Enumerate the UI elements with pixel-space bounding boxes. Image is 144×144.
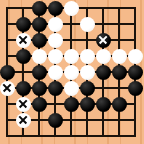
stone-white[interactable]: [48, 33, 63, 48]
stone-black[interactable]: [48, 1, 63, 16]
stone-white[interactable]: [16, 113, 31, 128]
stone-black[interactable]: [96, 65, 111, 80]
grid-line-h: [6, 135, 136, 137]
stone-white[interactable]: [80, 17, 95, 32]
stone-black[interactable]: [32, 81, 47, 96]
stone-white[interactable]: [64, 65, 79, 80]
stone-black[interactable]: [112, 65, 127, 80]
stone-black[interactable]: [96, 97, 111, 112]
go-board[interactable]: [0, 0, 144, 144]
stone-black[interactable]: [32, 97, 47, 112]
stone-black[interactable]: [32, 33, 47, 48]
stone-black[interactable]: [128, 81, 143, 96]
stone-black[interactable]: [80, 81, 95, 96]
stone-black[interactable]: [16, 49, 31, 64]
stone-white[interactable]: [128, 49, 143, 64]
stone-white[interactable]: [112, 49, 127, 64]
stone-white[interactable]: [64, 1, 79, 16]
stone-black[interactable]: [80, 97, 95, 112]
stone-white[interactable]: [80, 65, 95, 80]
stone-white[interactable]: [48, 17, 63, 32]
stone-black[interactable]: [16, 81, 31, 96]
stone-black[interactable]: [112, 97, 127, 112]
stone-black[interactable]: [64, 97, 79, 112]
stone-white[interactable]: [48, 49, 63, 64]
stone-white[interactable]: [16, 33, 31, 48]
stone-black[interactable]: [48, 81, 63, 96]
stone-black[interactable]: [128, 65, 143, 80]
stone-white[interactable]: [16, 97, 31, 112]
stone-black[interactable]: [32, 65, 47, 80]
stone-white[interactable]: [0, 81, 15, 96]
stone-white[interactable]: [64, 81, 79, 96]
stone-black[interactable]: [96, 33, 111, 48]
stone-black[interactable]: [48, 113, 63, 128]
stone-white[interactable]: [96, 49, 111, 64]
stone-white[interactable]: [64, 49, 79, 64]
stone-black[interactable]: [0, 65, 15, 80]
stone-white[interactable]: [80, 49, 95, 64]
stone-black[interactable]: [32, 17, 47, 32]
stone-black[interactable]: [32, 1, 47, 16]
stone-black[interactable]: [16, 17, 31, 32]
stone-white[interactable]: [48, 65, 63, 80]
stone-white[interactable]: [32, 49, 47, 64]
